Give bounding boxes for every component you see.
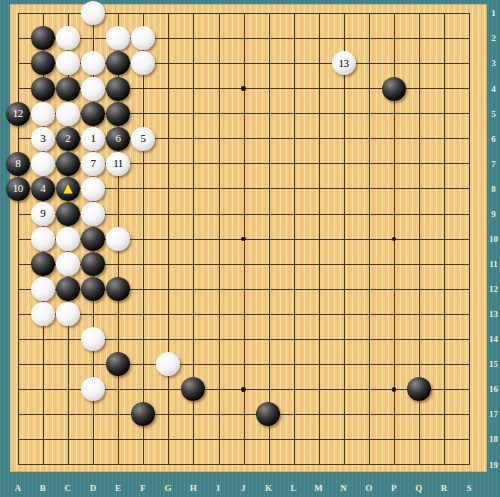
intersection[interactable]: [356, 251, 381, 276]
intersection[interactable]: [456, 101, 481, 126]
intersection[interactable]: [456, 277, 481, 302]
intersection[interactable]: [281, 201, 306, 226]
intersection[interactable]: [431, 226, 456, 251]
intersection[interactable]: [156, 1, 181, 26]
intersection[interactable]: [256, 226, 281, 251]
intersection[interactable]: [231, 201, 256, 226]
intersection[interactable]: [256, 251, 281, 276]
intersection[interactable]: [231, 302, 256, 327]
intersection[interactable]: [206, 377, 231, 402]
intersection[interactable]: 4: [30, 176, 55, 201]
intersection[interactable]: [156, 101, 181, 126]
intersection[interactable]: [156, 352, 181, 377]
intersection[interactable]: [55, 1, 80, 26]
intersection[interactable]: [206, 277, 231, 302]
intersection[interactable]: [30, 377, 55, 402]
intersection[interactable]: [356, 126, 381, 151]
intersection[interactable]: [306, 402, 331, 427]
intersection[interactable]: [381, 176, 406, 201]
intersection[interactable]: [80, 427, 105, 452]
intersection[interactable]: [456, 151, 481, 176]
intersection[interactable]: [431, 76, 456, 101]
intersection[interactable]: 9: [30, 201, 55, 226]
intersection[interactable]: [55, 151, 80, 176]
intersection[interactable]: [131, 302, 156, 327]
intersection[interactable]: [231, 377, 256, 402]
intersection[interactable]: [306, 151, 331, 176]
intersection[interactable]: 1: [80, 126, 105, 151]
intersection[interactable]: [30, 101, 55, 126]
intersection[interactable]: [381, 201, 406, 226]
intersection[interactable]: [80, 352, 105, 377]
intersection[interactable]: [406, 26, 431, 51]
intersection[interactable]: [331, 126, 356, 151]
intersection[interactable]: [381, 302, 406, 327]
intersection[interactable]: [5, 76, 30, 101]
intersection[interactable]: [105, 176, 130, 201]
intersection[interactable]: [181, 26, 206, 51]
intersection[interactable]: [256, 377, 281, 402]
intersection[interactable]: [331, 76, 356, 101]
intersection[interactable]: [356, 26, 381, 51]
intersection[interactable]: [256, 126, 281, 151]
intersection[interactable]: [406, 277, 431, 302]
intersection[interactable]: [105, 277, 130, 302]
intersection[interactable]: [406, 302, 431, 327]
intersection[interactable]: [181, 277, 206, 302]
intersection[interactable]: [406, 201, 431, 226]
intersection[interactable]: [80, 201, 105, 226]
intersection[interactable]: [256, 427, 281, 452]
intersection[interactable]: [105, 251, 130, 276]
intersection[interactable]: [256, 176, 281, 201]
intersection[interactable]: [356, 352, 381, 377]
intersection[interactable]: [456, 76, 481, 101]
intersection[interactable]: [456, 1, 481, 26]
intersection[interactable]: [55, 327, 80, 352]
intersection[interactable]: [406, 51, 431, 76]
intersection[interactable]: [206, 251, 231, 276]
intersection[interactable]: [30, 76, 55, 101]
intersection[interactable]: [381, 402, 406, 427]
intersection[interactable]: [206, 1, 231, 26]
intersection[interactable]: [381, 51, 406, 76]
intersection[interactable]: [206, 26, 231, 51]
intersection[interactable]: [331, 377, 356, 402]
intersection[interactable]: [131, 151, 156, 176]
intersection[interactable]: [456, 126, 481, 151]
intersection[interactable]: [181, 76, 206, 101]
intersection[interactable]: [206, 327, 231, 352]
intersection[interactable]: [80, 302, 105, 327]
intersection[interactable]: [231, 126, 256, 151]
intersection[interactable]: [231, 76, 256, 101]
intersection[interactable]: [231, 402, 256, 427]
intersection[interactable]: [231, 1, 256, 26]
intersection[interactable]: [30, 327, 55, 352]
intersection[interactable]: [456, 251, 481, 276]
intersection[interactable]: [381, 251, 406, 276]
intersection[interactable]: [30, 402, 55, 427]
intersection[interactable]: [30, 302, 55, 327]
intersection[interactable]: 5: [131, 126, 156, 151]
intersection[interactable]: [406, 101, 431, 126]
intersection[interactable]: [181, 352, 206, 377]
intersection[interactable]: [181, 1, 206, 26]
intersection[interactable]: 6: [105, 126, 130, 151]
intersection[interactable]: [30, 277, 55, 302]
intersection[interactable]: [156, 176, 181, 201]
intersection[interactable]: [156, 151, 181, 176]
intersection[interactable]: [80, 1, 105, 26]
intersection[interactable]: 7: [80, 151, 105, 176]
intersection[interactable]: [331, 1, 356, 26]
intersection[interactable]: [331, 402, 356, 427]
intersection[interactable]: [5, 352, 30, 377]
intersection[interactable]: [231, 151, 256, 176]
intersection[interactable]: [5, 327, 30, 352]
intersection[interactable]: [105, 327, 130, 352]
intersection[interactable]: [356, 101, 381, 126]
intersection[interactable]: [431, 176, 456, 201]
intersection[interactable]: [231, 226, 256, 251]
intersection[interactable]: [30, 427, 55, 452]
intersection[interactable]: [231, 277, 256, 302]
intersection[interactable]: [131, 51, 156, 76]
intersection[interactable]: [105, 377, 130, 402]
intersection[interactable]: [431, 302, 456, 327]
intersection[interactable]: [256, 352, 281, 377]
intersection[interactable]: [331, 151, 356, 176]
intersection[interactable]: [55, 251, 80, 276]
intersection[interactable]: [306, 251, 331, 276]
intersection[interactable]: [105, 201, 130, 226]
intersection[interactable]: [30, 51, 55, 76]
intersection[interactable]: [156, 251, 181, 276]
intersection[interactable]: [231, 352, 256, 377]
intersection[interactable]: [80, 101, 105, 126]
intersection[interactable]: [306, 377, 331, 402]
intersection[interactable]: [131, 277, 156, 302]
intersection[interactable]: [456, 302, 481, 327]
intersection[interactable]: [306, 327, 331, 352]
intersection[interactable]: [331, 26, 356, 51]
intersection[interactable]: [356, 302, 381, 327]
intersection[interactable]: [281, 427, 306, 452]
intersection[interactable]: [105, 427, 130, 452]
intersection[interactable]: [30, 226, 55, 251]
intersection[interactable]: [331, 327, 356, 352]
intersection[interactable]: 11: [105, 151, 130, 176]
intersection[interactable]: [105, 101, 130, 126]
intersection[interactable]: [406, 76, 431, 101]
intersection[interactable]: [105, 352, 130, 377]
intersection[interactable]: [281, 352, 306, 377]
intersection[interactable]: [381, 76, 406, 101]
intersection[interactable]: [281, 76, 306, 101]
intersection[interactable]: [156, 427, 181, 452]
intersection[interactable]: [306, 226, 331, 251]
intersection[interactable]: [5, 126, 30, 151]
intersection[interactable]: [131, 76, 156, 101]
intersection[interactable]: [131, 176, 156, 201]
intersection[interactable]: [55, 226, 80, 251]
intersection[interactable]: [80, 327, 105, 352]
intersection[interactable]: [281, 26, 306, 51]
intersection[interactable]: [356, 201, 381, 226]
intersection[interactable]: [80, 76, 105, 101]
intersection[interactable]: [181, 151, 206, 176]
intersection[interactable]: [281, 327, 306, 352]
intersection[interactable]: [431, 1, 456, 26]
intersection[interactable]: [406, 377, 431, 402]
intersection[interactable]: [181, 126, 206, 151]
intersection[interactable]: [256, 101, 281, 126]
intersection[interactable]: [381, 277, 406, 302]
intersection[interactable]: [456, 176, 481, 201]
intersection[interactable]: [431, 402, 456, 427]
intersection[interactable]: [381, 126, 406, 151]
intersection[interactable]: [306, 201, 331, 226]
intersection[interactable]: [55, 277, 80, 302]
intersection[interactable]: [431, 126, 456, 151]
intersection[interactable]: [131, 201, 156, 226]
intersection[interactable]: [5, 377, 30, 402]
intersection[interactable]: [131, 26, 156, 51]
intersection[interactable]: 8: [5, 151, 30, 176]
intersection[interactable]: [206, 302, 231, 327]
intersection[interactable]: [256, 277, 281, 302]
intersection[interactable]: [231, 51, 256, 76]
intersection[interactable]: 3: [30, 126, 55, 151]
intersection[interactable]: [231, 101, 256, 126]
intersection[interactable]: [281, 402, 306, 427]
intersection[interactable]: [281, 176, 306, 201]
intersection[interactable]: [206, 427, 231, 452]
intersection[interactable]: [406, 251, 431, 276]
intersection[interactable]: [30, 26, 55, 51]
intersection[interactable]: [206, 51, 231, 76]
intersection[interactable]: [5, 251, 30, 276]
intersection[interactable]: [356, 51, 381, 76]
intersection[interactable]: [105, 402, 130, 427]
intersection[interactable]: [431, 101, 456, 126]
intersection[interactable]: 12: [5, 101, 30, 126]
intersection[interactable]: [456, 427, 481, 452]
intersection[interactable]: [5, 26, 30, 51]
intersection[interactable]: [55, 402, 80, 427]
intersection[interactable]: [80, 51, 105, 76]
intersection[interactable]: [306, 26, 331, 51]
intersection[interactable]: [256, 402, 281, 427]
intersection[interactable]: [256, 151, 281, 176]
intersection[interactable]: [231, 251, 256, 276]
intersection[interactable]: [356, 176, 381, 201]
intersection[interactable]: [381, 377, 406, 402]
intersection[interactable]: [80, 402, 105, 427]
intersection[interactable]: [381, 352, 406, 377]
intersection[interactable]: [131, 251, 156, 276]
intersection[interactable]: [406, 126, 431, 151]
intersection[interactable]: [331, 251, 356, 276]
intersection[interactable]: [306, 51, 331, 76]
intersection[interactable]: [206, 76, 231, 101]
intersection[interactable]: [281, 251, 306, 276]
intersection[interactable]: 13: [331, 51, 356, 76]
intersection[interactable]: [156, 327, 181, 352]
intersection[interactable]: [356, 1, 381, 26]
intersection[interactable]: [381, 327, 406, 352]
intersection[interactable]: [231, 327, 256, 352]
intersection[interactable]: [30, 1, 55, 26]
intersection[interactable]: [431, 151, 456, 176]
intersection[interactable]: [131, 327, 156, 352]
intersection[interactable]: [381, 226, 406, 251]
intersection[interactable]: [256, 327, 281, 352]
intersection[interactable]: [30, 352, 55, 377]
intersection[interactable]: [80, 26, 105, 51]
intersection[interactable]: [281, 226, 306, 251]
intersection[interactable]: [105, 76, 130, 101]
intersection[interactable]: [331, 101, 356, 126]
intersection[interactable]: [431, 51, 456, 76]
intersection[interactable]: [381, 427, 406, 452]
intersection[interactable]: [131, 1, 156, 26]
intersection[interactable]: [356, 377, 381, 402]
intersection[interactable]: [181, 327, 206, 352]
intersection[interactable]: [181, 201, 206, 226]
intersection[interactable]: [381, 151, 406, 176]
intersection[interactable]: [306, 101, 331, 126]
intersection[interactable]: [181, 402, 206, 427]
intersection[interactable]: [406, 352, 431, 377]
intersection[interactable]: [5, 51, 30, 76]
intersection[interactable]: [456, 201, 481, 226]
intersection[interactable]: [80, 277, 105, 302]
intersection[interactable]: [181, 226, 206, 251]
intersection[interactable]: [281, 126, 306, 151]
intersection[interactable]: [406, 1, 431, 26]
intersection[interactable]: [206, 226, 231, 251]
intersection[interactable]: [431, 327, 456, 352]
intersection[interactable]: [105, 302, 130, 327]
intersection[interactable]: [181, 51, 206, 76]
intersection[interactable]: [406, 402, 431, 427]
intersection[interactable]: [456, 402, 481, 427]
intersection[interactable]: [456, 51, 481, 76]
intersection[interactable]: [306, 427, 331, 452]
intersection[interactable]: [181, 302, 206, 327]
intersection[interactable]: [306, 277, 331, 302]
intersection[interactable]: [206, 176, 231, 201]
intersection[interactable]: [131, 101, 156, 126]
intersection[interactable]: [356, 427, 381, 452]
intersection[interactable]: [5, 226, 30, 251]
intersection[interactable]: [406, 427, 431, 452]
intersection[interactable]: [55, 26, 80, 51]
intersection[interactable]: [456, 327, 481, 352]
intersection[interactable]: [231, 427, 256, 452]
intersection[interactable]: [80, 226, 105, 251]
intersection[interactable]: [356, 151, 381, 176]
intersection[interactable]: [30, 251, 55, 276]
intersection[interactable]: [105, 1, 130, 26]
intersection[interactable]: [80, 377, 105, 402]
intersection[interactable]: 2: [55, 126, 80, 151]
intersection[interactable]: [5, 277, 30, 302]
intersection[interactable]: [256, 26, 281, 51]
intersection[interactable]: [206, 402, 231, 427]
intersection[interactable]: [356, 402, 381, 427]
intersection[interactable]: [256, 201, 281, 226]
intersection[interactable]: [281, 1, 306, 26]
intersection[interactable]: [431, 26, 456, 51]
intersection[interactable]: [55, 201, 80, 226]
intersection[interactable]: [281, 302, 306, 327]
intersection[interactable]: [181, 377, 206, 402]
intersection[interactable]: [381, 1, 406, 26]
intersection[interactable]: [131, 226, 156, 251]
intersection[interactable]: [431, 377, 456, 402]
intersection[interactable]: [331, 302, 356, 327]
intersection[interactable]: [381, 26, 406, 51]
intersection[interactable]: [256, 1, 281, 26]
intersection[interactable]: [206, 101, 231, 126]
intersection[interactable]: [105, 226, 130, 251]
intersection[interactable]: [55, 101, 80, 126]
intersection[interactable]: 10: [5, 176, 30, 201]
intersection[interactable]: [156, 377, 181, 402]
intersection[interactable]: [231, 26, 256, 51]
intersection[interactable]: [206, 151, 231, 176]
intersection[interactable]: [356, 327, 381, 352]
intersection[interactable]: [431, 201, 456, 226]
intersection[interactable]: [156, 302, 181, 327]
intersection[interactable]: [331, 176, 356, 201]
intersection[interactable]: [306, 176, 331, 201]
intersection[interactable]: [5, 402, 30, 427]
intersection[interactable]: [206, 201, 231, 226]
intersection[interactable]: [281, 277, 306, 302]
intersection[interactable]: [456, 377, 481, 402]
intersection[interactable]: [131, 352, 156, 377]
intersection[interactable]: [281, 377, 306, 402]
intersection[interactable]: [406, 327, 431, 352]
intersection[interactable]: [306, 302, 331, 327]
intersection[interactable]: [55, 427, 80, 452]
intersection[interactable]: [80, 176, 105, 201]
intersection[interactable]: [331, 201, 356, 226]
intersection[interactable]: [456, 352, 481, 377]
intersection[interactable]: [206, 352, 231, 377]
intersection[interactable]: [406, 226, 431, 251]
intersection[interactable]: [105, 51, 130, 76]
intersection[interactable]: [331, 352, 356, 377]
intersection[interactable]: [356, 226, 381, 251]
intersection[interactable]: [55, 352, 80, 377]
intersection[interactable]: [181, 427, 206, 452]
intersection[interactable]: [5, 1, 30, 26]
intersection[interactable]: [156, 277, 181, 302]
intersection[interactable]: [281, 51, 306, 76]
intersection[interactable]: [156, 402, 181, 427]
intersection[interactable]: [306, 352, 331, 377]
intersection[interactable]: [331, 226, 356, 251]
intersection[interactable]: [281, 101, 306, 126]
intersection[interactable]: [156, 226, 181, 251]
intersection[interactable]: [256, 51, 281, 76]
intersection[interactable]: [55, 377, 80, 402]
